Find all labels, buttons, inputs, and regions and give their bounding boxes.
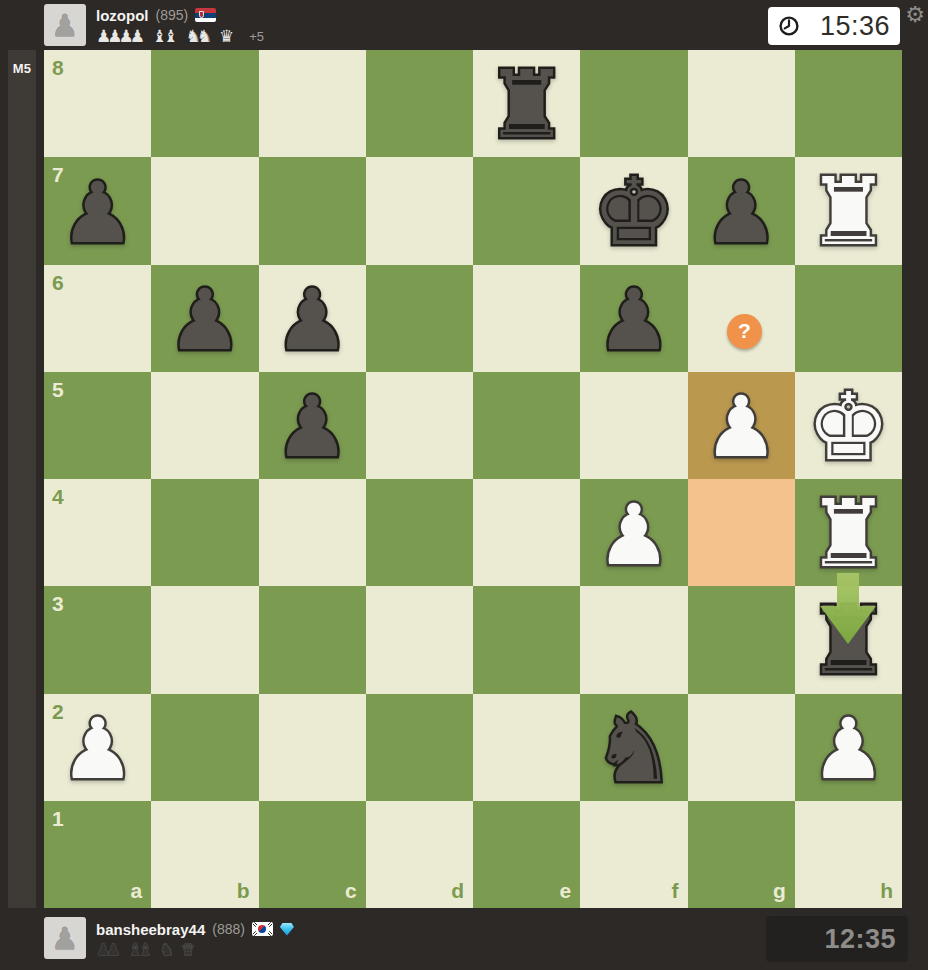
square-b3[interactable]: [151, 586, 258, 693]
square-e7[interactable]: [473, 157, 580, 264]
south-korea-flag-icon: [252, 922, 273, 936]
square-b1[interactable]: b: [151, 801, 258, 908]
square-d2[interactable]: [366, 694, 473, 801]
square-e2[interactable]: [473, 694, 580, 801]
square-d4[interactable]: [366, 479, 473, 586]
rank-label-8: 8: [52, 57, 64, 78]
evaluation-label: M5: [13, 61, 32, 908]
square-d6[interactable]: [366, 265, 473, 372]
square-a4[interactable]: 4: [44, 479, 151, 586]
square-h1[interactable]: h: [795, 801, 902, 908]
black-pawn-c5[interactable]: ♟: [259, 374, 366, 481]
captured-knight-group: ♞: [159, 942, 173, 958]
square-a2[interactable]: 2♟: [44, 694, 151, 801]
white-pawn-g5[interactable]: ♟: [688, 374, 795, 481]
rank-label-6: 6: [52, 272, 64, 293]
bottom-player-info: bansheebray44 (888) ♟♟♝♝♞♛: [96, 920, 294, 960]
square-c4[interactable]: [259, 479, 366, 586]
square-a5[interactable]: 5: [44, 372, 151, 479]
white-king-h5[interactable]: ♚: [795, 374, 902, 481]
square-b2[interactable]: [151, 694, 258, 801]
top-player-info: lozopol (895) ♟♟♟♟♝♝♞♞♛ +5: [96, 6, 264, 46]
serbia-flag-icon: [195, 8, 216, 22]
bottom-rating: (888): [212, 921, 245, 937]
diamond-membership-icon: [280, 923, 294, 936]
top-rating: (895): [156, 7, 189, 23]
settings-gear-icon[interactable]: ⚙: [905, 4, 925, 26]
square-c6[interactable]: ♟: [259, 265, 366, 372]
captured-knight-group: ♞♞: [186, 28, 213, 45]
white-pawn-h2[interactable]: ♟: [795, 696, 902, 803]
mistake-symbol: ?: [738, 319, 751, 343]
square-f3[interactable]: [580, 586, 687, 693]
captured-bishop-group: ♝♝: [152, 28, 179, 45]
square-c3[interactable]: [259, 586, 366, 693]
square-e4[interactable]: [473, 479, 580, 586]
black-pawn-c6[interactable]: ♟: [259, 267, 366, 374]
file-label-h: h: [880, 880, 893, 901]
square-b4[interactable]: [151, 479, 258, 586]
square-g7[interactable]: ♟: [688, 157, 795, 264]
evaluation-bar: M5: [8, 50, 36, 908]
rank-label-4: 4: [52, 486, 64, 507]
square-h7[interactable]: ♜: [795, 157, 902, 264]
material-advantage-label: +5: [249, 29, 264, 44]
square-c2[interactable]: [259, 694, 366, 801]
knight-icon: ♞: [197, 28, 212, 45]
square-d7[interactable]: [366, 157, 473, 264]
top-clock-time: 15:36: [820, 11, 890, 42]
file-label-b: b: [237, 880, 250, 901]
square-f4[interactable]: ♟: [580, 479, 687, 586]
white-pawn-f4[interactable]: ♟: [580, 481, 687, 588]
square-e6[interactable]: [473, 265, 580, 372]
bishop-icon: ♝: [163, 28, 178, 45]
captured-bishop-group: ♝♝: [128, 942, 153, 958]
file-label-g: g: [773, 880, 786, 901]
black-rook-h3[interactable]: ♜: [795, 588, 902, 695]
knight-icon: ♞: [159, 942, 173, 958]
square-g3[interactable]: [688, 586, 795, 693]
square-c8[interactable]: [259, 50, 366, 157]
square-e5[interactable]: [473, 372, 580, 479]
square-a7[interactable]: 7♟: [44, 157, 151, 264]
bottom-clock-time: 12:35: [824, 924, 896, 955]
square-d3[interactable]: [366, 586, 473, 693]
bishop-icon: ♝: [138, 942, 152, 958]
bottom-player-avatar[interactable]: ♟: [44, 917, 86, 959]
file-label-c: c: [345, 880, 357, 901]
square-f1[interactable]: f: [580, 801, 687, 908]
black-pawn-g7[interactable]: ♟: [688, 159, 795, 266]
black-king-f7[interactable]: ♚: [580, 159, 687, 266]
rank-label-5: 5: [52, 379, 64, 400]
top-username[interactable]: lozopol: [96, 7, 149, 24]
black-pawn-b6[interactable]: ♟: [151, 267, 258, 374]
square-d5[interactable]: [366, 372, 473, 479]
square-f7[interactable]: ♚: [580, 157, 687, 264]
square-c7[interactable]: [259, 157, 366, 264]
square-d8[interactable]: [366, 50, 473, 157]
square-e3[interactable]: [473, 586, 580, 693]
queen-icon: ♛: [219, 28, 234, 45]
square-e8[interactable]: ♜: [473, 50, 580, 157]
square-h4[interactable]: ♜: [795, 479, 902, 586]
top-clock: 15:36: [768, 7, 900, 45]
bottom-clock: 12:35: [766, 916, 908, 962]
file-label-e: e: [560, 880, 572, 901]
chess-game-app: ♟ lozopol (895) ♟♟♟♟♝♝♞♞♛ +5 15:36 ⚙: [0, 0, 928, 970]
square-a1[interactable]: 1a: [44, 801, 151, 908]
square-h3[interactable]: ♜: [795, 586, 902, 693]
bottom-username[interactable]: bansheebray44: [96, 921, 205, 938]
bottom-captured-pieces: ♟♟♝♝♞♛: [96, 942, 202, 958]
square-c5[interactable]: ♟: [259, 372, 366, 479]
black-pawn-f6[interactable]: ♟: [580, 267, 687, 374]
top-player-bar: ♟ lozopol (895) ♟♟♟♟♝♝♞♞♛ +5 15:36 ⚙: [0, 0, 928, 50]
pawn-icon: ♟: [106, 942, 120, 958]
square-a3[interactable]: 3: [44, 586, 151, 693]
white-pawn-a2[interactable]: ♟: [44, 696, 151, 803]
square-f8[interactable]: [580, 50, 687, 157]
top-captured-pieces: ♟♟♟♟♝♝♞♞♛: [96, 28, 241, 45]
top-player-avatar[interactable]: ♟: [44, 4, 86, 46]
captured-pawn-group: ♟♟: [96, 942, 121, 958]
black-pawn-a7[interactable]: ♟: [44, 159, 151, 266]
square-a8[interactable]: 8: [44, 50, 151, 157]
black-rook-e8[interactable]: ♜: [473, 52, 580, 159]
square-a6[interactable]: 6: [44, 265, 151, 372]
square-c1[interactable]: c: [259, 801, 366, 908]
square-b7[interactable]: [151, 157, 258, 264]
square-h6[interactable]: [795, 265, 902, 372]
square-b5[interactable]: [151, 372, 258, 479]
square-g5[interactable]: ♟: [688, 372, 795, 479]
rank-label-1: 1: [52, 808, 64, 829]
captured-pawn-group: ♟♟♟♟: [96, 28, 145, 45]
square-g2[interactable]: [688, 694, 795, 801]
square-e1[interactable]: e: [473, 801, 580, 908]
square-f2[interactable]: ♞: [580, 694, 687, 801]
square-b6[interactable]: ♟: [151, 265, 258, 372]
clock-icon: [778, 15, 800, 37]
file-label-f: f: [672, 880, 679, 901]
mistake-badge-icon: ?: [727, 314, 762, 349]
pawn-avatar-icon: ♟: [52, 924, 79, 954]
pawn-avatar-icon: ♟: [52, 11, 79, 41]
square-d1[interactable]: d: [366, 801, 473, 908]
rank-label-3: 3: [52, 593, 64, 614]
file-label-a: a: [131, 880, 143, 901]
black-knight-f2[interactable]: ♞: [580, 696, 687, 803]
captured-queen-group: ♛: [181, 942, 195, 958]
square-g1[interactable]: g: [688, 801, 795, 908]
file-label-d: d: [451, 880, 464, 901]
square-h5[interactable]: ♚: [795, 372, 902, 479]
square-b8[interactable]: [151, 50, 258, 157]
square-f5[interactable]: [580, 372, 687, 479]
square-g8[interactable]: [688, 50, 795, 157]
captured-queen-group: ♛: [219, 28, 234, 45]
square-h2[interactable]: ♟: [795, 694, 902, 801]
chess-board: 8♜7♟♚♟♜6♟♟♟5♟♟♚4♟♜3♜2♟♞♟1abcdefgh: [44, 50, 902, 908]
pawn-icon: ♟: [130, 28, 145, 45]
square-h8[interactable]: [795, 50, 902, 157]
bottom-player-bar: ♟ bansheebray44 (888) ♟♟♝♝♞♛ 12:35: [0, 908, 928, 970]
square-f6[interactable]: ♟: [580, 265, 687, 372]
square-g4[interactable]: [688, 479, 795, 586]
white-rook-h4[interactable]: ♜: [795, 481, 902, 588]
white-rook-h7[interactable]: ♜: [795, 159, 902, 266]
queen-icon: ♛: [181, 942, 195, 958]
